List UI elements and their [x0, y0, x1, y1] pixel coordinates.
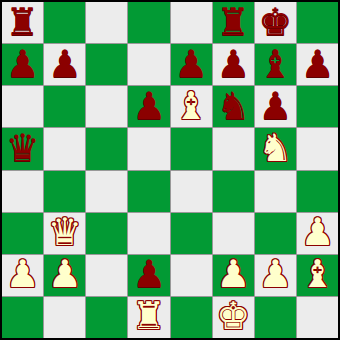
black-knight[interactable]: ♞: [216, 87, 250, 125]
white-rook[interactable]: ♜: [132, 297, 166, 335]
square-e3[interactable]: [171, 213, 212, 254]
square-b5[interactable]: [44, 128, 85, 169]
square-c3[interactable]: [86, 213, 127, 254]
square-c1[interactable]: [86, 297, 127, 338]
square-e2[interactable]: [171, 255, 212, 296]
square-c6[interactable]: [86, 86, 127, 127]
white-king[interactable]: ♚: [216, 297, 250, 335]
square-a3[interactable]: [2, 213, 43, 254]
square-d4[interactable]: [128, 171, 169, 212]
square-b1[interactable]: [44, 297, 85, 338]
square-b2[interactable]: ♟: [44, 255, 85, 296]
square-g4[interactable]: [255, 171, 296, 212]
white-knight[interactable]: ♞: [258, 129, 292, 167]
black-queen[interactable]: ♛: [6, 129, 40, 167]
square-f5[interactable]: [213, 128, 254, 169]
square-b3[interactable]: ♛: [44, 213, 85, 254]
black-rook[interactable]: ♜: [216, 3, 250, 41]
square-e6[interactable]: ♝: [171, 86, 212, 127]
square-b8[interactable]: [44, 2, 85, 43]
square-e8[interactable]: [171, 2, 212, 43]
square-g5[interactable]: ♞: [255, 128, 296, 169]
square-g7[interactable]: ♝: [255, 44, 296, 85]
white-pawn[interactable]: ♟: [6, 255, 40, 293]
square-h2[interactable]: ♝: [297, 255, 338, 296]
black-pawn[interactable]: ♟: [174, 45, 208, 83]
black-rook[interactable]: ♜: [6, 3, 40, 41]
black-pawn[interactable]: ♟: [300, 45, 334, 83]
white-pawn[interactable]: ♟: [216, 255, 250, 293]
square-f1[interactable]: ♚: [213, 297, 254, 338]
square-b7[interactable]: ♟: [44, 44, 85, 85]
square-h5[interactable]: [297, 128, 338, 169]
square-c8[interactable]: [86, 2, 127, 43]
black-pawn[interactable]: ♟: [48, 45, 82, 83]
square-a2[interactable]: ♟: [2, 255, 43, 296]
square-a6[interactable]: [2, 86, 43, 127]
white-pawn[interactable]: ♟: [48, 255, 82, 293]
square-a4[interactable]: [2, 171, 43, 212]
black-pawn[interactable]: ♟: [216, 45, 250, 83]
black-bishop[interactable]: ♝: [258, 45, 292, 83]
square-e4[interactable]: [171, 171, 212, 212]
black-pawn[interactable]: ♟: [132, 87, 166, 125]
square-g3[interactable]: [255, 213, 296, 254]
square-b6[interactable]: [44, 86, 85, 127]
white-pawn[interactable]: ♟: [300, 213, 334, 251]
white-pawn[interactable]: ♟: [258, 255, 292, 293]
white-bishop[interactable]: ♝: [174, 87, 208, 125]
square-g8[interactable]: ♚: [255, 2, 296, 43]
square-h1[interactable]: [297, 297, 338, 338]
square-h8[interactable]: [297, 2, 338, 43]
square-d2[interactable]: ♟: [128, 255, 169, 296]
square-g6[interactable]: ♟: [255, 86, 296, 127]
square-d6[interactable]: ♟: [128, 86, 169, 127]
square-g2[interactable]: ♟: [255, 255, 296, 296]
black-pawn[interactable]: ♟: [6, 45, 40, 83]
black-pawn[interactable]: ♟: [132, 255, 166, 293]
square-h4[interactable]: [297, 171, 338, 212]
square-c7[interactable]: [86, 44, 127, 85]
square-a8[interactable]: ♜: [2, 2, 43, 43]
square-f6[interactable]: ♞: [213, 86, 254, 127]
square-e1[interactable]: [171, 297, 212, 338]
square-h3[interactable]: ♟: [297, 213, 338, 254]
square-f7[interactable]: ♟: [213, 44, 254, 85]
square-b4[interactable]: [44, 171, 85, 212]
square-e5[interactable]: [171, 128, 212, 169]
square-f8[interactable]: ♜: [213, 2, 254, 43]
square-e7[interactable]: ♟: [171, 44, 212, 85]
white-bishop[interactable]: ♝: [300, 255, 334, 293]
square-c5[interactable]: [86, 128, 127, 169]
square-d3[interactable]: [128, 213, 169, 254]
square-a1[interactable]: [2, 297, 43, 338]
chess-board: ♜♜♚♟♟♟♟♝♟♟♝♞♟♛♞♛♟♟♟♟♟♟♝♜♚: [0, 0, 340, 340]
square-g1[interactable]: [255, 297, 296, 338]
square-c4[interactable]: [86, 171, 127, 212]
black-king[interactable]: ♚: [258, 3, 292, 41]
square-f3[interactable]: [213, 213, 254, 254]
square-f2[interactable]: ♟: [213, 255, 254, 296]
square-d7[interactable]: [128, 44, 169, 85]
square-a7[interactable]: ♟: [2, 44, 43, 85]
square-h7[interactable]: ♟: [297, 44, 338, 85]
square-c2[interactable]: [86, 255, 127, 296]
square-d1[interactable]: ♜: [128, 297, 169, 338]
square-a5[interactable]: ♛: [2, 128, 43, 169]
square-h6[interactable]: [297, 86, 338, 127]
square-f4[interactable]: [213, 171, 254, 212]
square-d8[interactable]: [128, 2, 169, 43]
white-queen[interactable]: ♛: [48, 213, 82, 251]
square-d5[interactable]: [128, 128, 169, 169]
black-pawn[interactable]: ♟: [258, 87, 292, 125]
